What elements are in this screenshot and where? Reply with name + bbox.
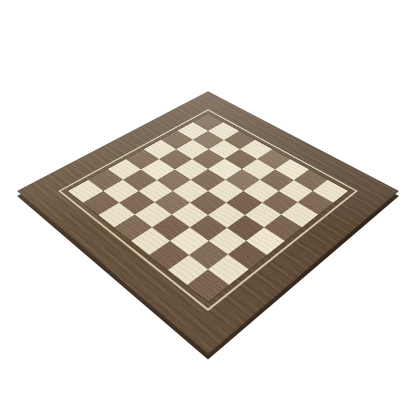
chess-board [17,91,399,354]
board-frame [17,91,399,354]
chess-board-photo [0,0,416,416]
